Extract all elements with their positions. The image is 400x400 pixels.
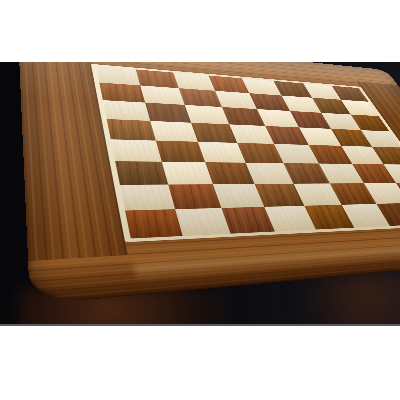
square-a3 [115,161,168,185]
bottom-matte [0,326,400,400]
top-matte [0,0,400,62]
square-a2 [120,185,175,211]
square-a6 [103,100,150,121]
reflection-right [295,274,400,326]
board-photo [0,62,400,326]
page-root [0,0,400,400]
square-a5 [107,119,156,141]
board-field [96,66,400,238]
square-a1 [125,209,183,238]
chess-board [18,62,400,305]
square-a4 [111,139,162,161]
frame-gloss-highlight [132,233,400,287]
